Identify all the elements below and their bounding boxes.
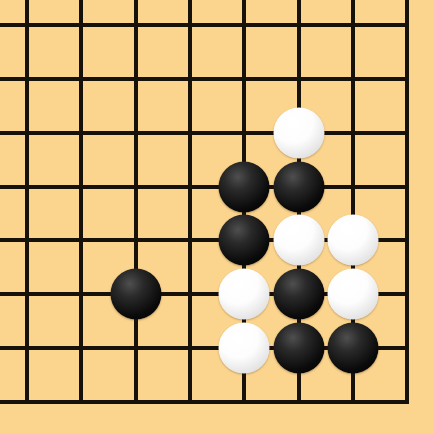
white-stone[interactable] bbox=[327, 269, 378, 320]
black-stone[interactable] bbox=[110, 269, 161, 320]
intersection-c3r1[interactable] bbox=[109, 0, 163, 52]
intersection-c4r3[interactable] bbox=[163, 106, 217, 160]
intersection-c7r1[interactable] bbox=[326, 0, 380, 52]
intersection-c5r1[interactable] bbox=[217, 0, 271, 52]
intersection-c3r6[interactable] bbox=[109, 267, 163, 321]
intersection-c4r1[interactable] bbox=[163, 0, 217, 52]
intersection-c8r8[interactable] bbox=[380, 375, 434, 429]
intersection-c1r4[interactable] bbox=[0, 160, 54, 214]
go-board bbox=[0, 0, 434, 429]
board-surface bbox=[0, 0, 434, 434]
intersection-c5r8[interactable] bbox=[217, 375, 271, 429]
white-stone[interactable] bbox=[273, 215, 324, 266]
intersection-c2r2[interactable] bbox=[54, 52, 108, 106]
intersection-c4r4[interactable] bbox=[163, 160, 217, 214]
intersection-c1r3[interactable] bbox=[0, 106, 54, 160]
intersection-c1r1[interactable] bbox=[0, 0, 54, 52]
intersection-c5r7[interactable] bbox=[217, 321, 271, 375]
intersection-c8r6[interactable] bbox=[380, 267, 434, 321]
intersection-c2r8[interactable] bbox=[54, 375, 108, 429]
white-stone[interactable] bbox=[273, 107, 324, 158]
intersection-c3r8[interactable] bbox=[109, 375, 163, 429]
intersection-c2r4[interactable] bbox=[54, 160, 108, 214]
intersection-c4r5[interactable] bbox=[163, 213, 217, 267]
intersection-c1r7[interactable] bbox=[0, 321, 54, 375]
intersection-c3r7[interactable] bbox=[109, 321, 163, 375]
black-stone[interactable] bbox=[327, 323, 378, 374]
intersection-c8r5[interactable] bbox=[380, 213, 434, 267]
black-stone[interactable] bbox=[273, 269, 324, 320]
black-stone[interactable] bbox=[219, 161, 270, 212]
intersection-c1r2[interactable] bbox=[0, 52, 54, 106]
intersection-c3r3[interactable] bbox=[109, 106, 163, 160]
intersection-c5r3[interactable] bbox=[217, 106, 271, 160]
intersection-c2r3[interactable] bbox=[54, 106, 108, 160]
intersection-c7r5[interactable] bbox=[326, 213, 380, 267]
intersection-c6r5[interactable] bbox=[271, 213, 325, 267]
intersection-c2r5[interactable] bbox=[54, 213, 108, 267]
intersection-c7r3[interactable] bbox=[326, 106, 380, 160]
black-stone[interactable] bbox=[273, 323, 324, 374]
black-stone[interactable] bbox=[273, 161, 324, 212]
intersection-c8r3[interactable] bbox=[380, 106, 434, 160]
intersection-c3r2[interactable] bbox=[109, 52, 163, 106]
white-stone[interactable] bbox=[219, 323, 270, 374]
intersection-c3r4[interactable] bbox=[109, 160, 163, 214]
intersection-c3r5[interactable] bbox=[109, 213, 163, 267]
white-stone[interactable] bbox=[219, 269, 270, 320]
intersection-c1r8[interactable] bbox=[0, 375, 54, 429]
intersection-c5r2[interactable] bbox=[217, 52, 271, 106]
intersection-c7r2[interactable] bbox=[326, 52, 380, 106]
intersection-c2r7[interactable] bbox=[54, 321, 108, 375]
black-stone[interactable] bbox=[219, 215, 270, 266]
intersection-c6r3[interactable] bbox=[271, 106, 325, 160]
intersection-c4r8[interactable] bbox=[163, 375, 217, 429]
intersection-c6r4[interactable] bbox=[271, 160, 325, 214]
intersection-c4r2[interactable] bbox=[163, 52, 217, 106]
intersection-c7r6[interactable] bbox=[326, 267, 380, 321]
intersection-c8r7[interactable] bbox=[380, 321, 434, 375]
intersection-c8r1[interactable] bbox=[380, 0, 434, 52]
intersection-c2r6[interactable] bbox=[54, 267, 108, 321]
intersection-c6r2[interactable] bbox=[271, 52, 325, 106]
intersection-c6r1[interactable] bbox=[271, 0, 325, 52]
intersection-c1r6[interactable] bbox=[0, 267, 54, 321]
intersection-c4r6[interactable] bbox=[163, 267, 217, 321]
intersection-c8r2[interactable] bbox=[380, 52, 434, 106]
intersection-c8r4[interactable] bbox=[380, 160, 434, 214]
intersection-c1r5[interactable] bbox=[0, 213, 54, 267]
intersection-c6r8[interactable] bbox=[271, 375, 325, 429]
intersection-c6r6[interactable] bbox=[271, 267, 325, 321]
intersection-c7r8[interactable] bbox=[326, 375, 380, 429]
intersection-c4r7[interactable] bbox=[163, 321, 217, 375]
intersection-c5r5[interactable] bbox=[217, 213, 271, 267]
white-stone[interactable] bbox=[327, 215, 378, 266]
intersection-c7r4[interactable] bbox=[326, 160, 380, 214]
intersection-c7r7[interactable] bbox=[326, 321, 380, 375]
intersection-c5r4[interactable] bbox=[217, 160, 271, 214]
intersection-c5r6[interactable] bbox=[217, 267, 271, 321]
intersection-c6r7[interactable] bbox=[271, 321, 325, 375]
intersection-c2r1[interactable] bbox=[54, 0, 108, 52]
